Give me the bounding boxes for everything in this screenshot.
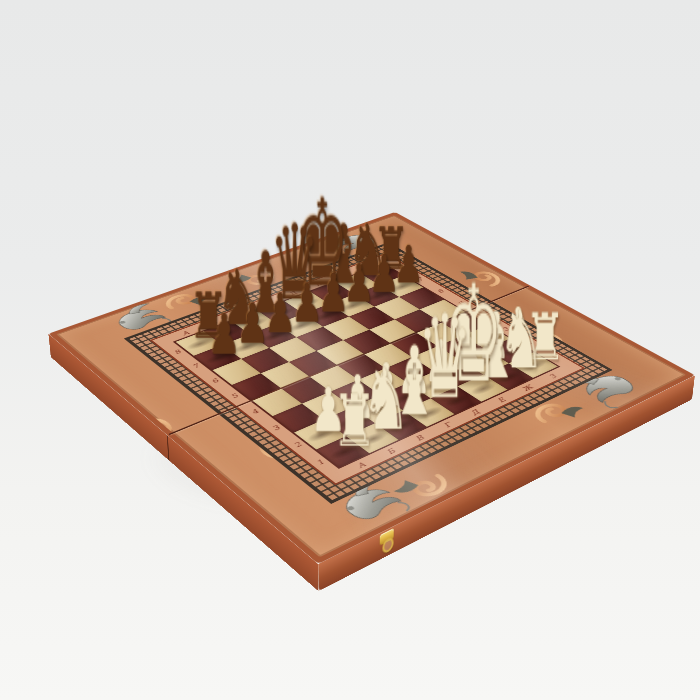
- scene: АБВГДЕЖЗ АБВГДЕЖЗ 87654321 87654321 ♜♞♝♛…: [0, 0, 700, 700]
- chess-board-box: АБВГДЕЖЗ АБВГДЕЖЗ 87654321 87654321 ♜♞♝♛…: [48, 212, 695, 564]
- piece-black-pawn[interactable]: ♟: [208, 307, 242, 363]
- piece-white-rook[interactable]: ♜: [332, 385, 377, 456]
- brass-clasp[interactable]: [380, 528, 394, 546]
- product-photo: АБВГДЕЖЗ АБВГДЕЖЗ 87654321 87654321 ♜♞♝♛…: [0, 0, 700, 700]
- piece-black-pawn[interactable]: ♟: [236, 296, 269, 351]
